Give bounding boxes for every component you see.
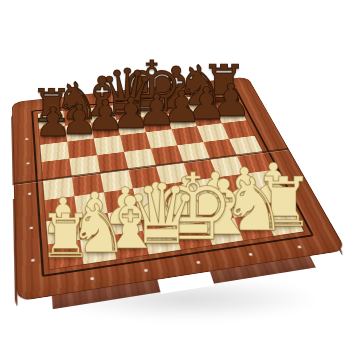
chess-set-photo: ♜♞♝♚♛♝♟♞♟♜♟♟♟♟♟♟♟♟♟♟♟♟♜♟♞♟♝♚♛♝♞♜ — [0, 0, 360, 360]
piece-white-rook[interactable]: ♜ — [39, 206, 93, 266]
piece-black-pawn[interactable]: ♟ — [35, 103, 72, 144]
pieces-layer: ♜♞♝♚♛♝♟♞♟♜♟♟♟♟♟♟♟♟♟♟♟♟♜♟♞♟♝♚♛♝♞♜ — [0, 0, 360, 360]
